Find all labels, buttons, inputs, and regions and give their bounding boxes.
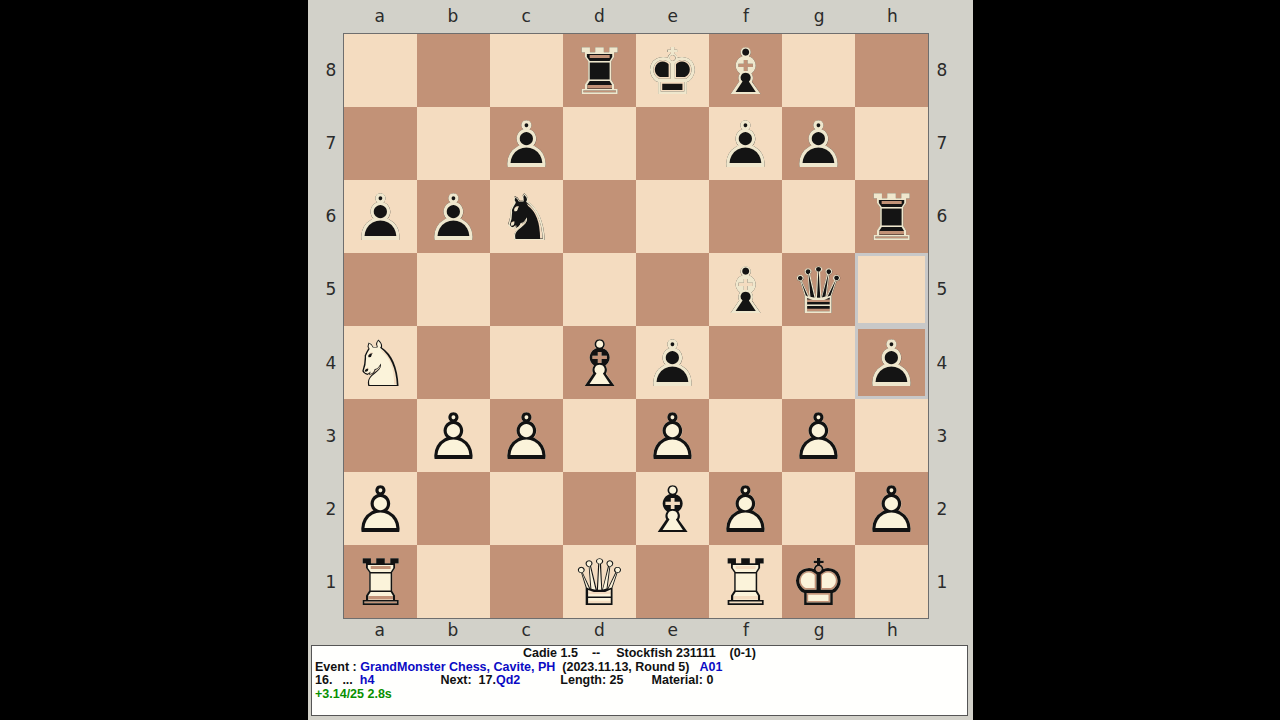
file-label: f bbox=[709, 6, 782, 26]
square-h3 bbox=[855, 399, 928, 472]
piece-glyph-outline: ♙︎ bbox=[636, 399, 709, 472]
square-b5 bbox=[417, 253, 490, 326]
square-a5 bbox=[344, 253, 417, 326]
text-segment: Event : bbox=[315, 660, 360, 674]
text-segment: A01 bbox=[699, 660, 722, 674]
white-pawn-b3: ♟︎♙︎ bbox=[417, 399, 490, 472]
rank-label: 6 bbox=[933, 180, 951, 253]
white-pawn-a2: ♟︎♙︎ bbox=[344, 472, 417, 545]
rank-label: 2 bbox=[322, 473, 340, 546]
square-a8 bbox=[344, 34, 417, 107]
file-label: a bbox=[343, 620, 416, 640]
piece-glyph-outline: ♙︎ bbox=[417, 399, 490, 472]
file-label: h bbox=[856, 6, 929, 26]
file-label: b bbox=[416, 6, 489, 26]
text-segment: (2023.11.13, Round 5) bbox=[555, 660, 689, 674]
piece-glyph-outline: ♖︎ bbox=[344, 545, 417, 618]
piece-glyph-outline: ♗︎ bbox=[563, 326, 636, 399]
square-e5 bbox=[636, 253, 709, 326]
rank-label: 7 bbox=[322, 106, 340, 179]
piece-glyph-outline: ♙︎ bbox=[490, 399, 563, 472]
square-c1 bbox=[490, 545, 563, 618]
square-d5 bbox=[563, 253, 636, 326]
square-c7: ♟︎♙︎ bbox=[490, 107, 563, 180]
rank-label: 6 bbox=[322, 180, 340, 253]
square-c8 bbox=[490, 34, 563, 107]
file-label: d bbox=[563, 6, 636, 26]
rank-label: 3 bbox=[933, 399, 951, 472]
square-f4 bbox=[709, 326, 782, 399]
square-g6 bbox=[782, 180, 855, 253]
event-line: Event : GrandMonster Chess, Cavite, PH (… bbox=[315, 661, 964, 675]
piece-glyph-outline: ♕︎ bbox=[782, 253, 855, 326]
square-h5 bbox=[855, 253, 928, 326]
video-frame: { "game": "chess", "position": { "fen": … bbox=[0, 0, 1280, 720]
info-panel: Cadie 1.5--Stockfish 231111(0-1) Event :… bbox=[311, 645, 968, 716]
white-bishop-d4: ♝︎♗︎ bbox=[563, 326, 636, 399]
text-segment: Cadie 1.5 bbox=[523, 646, 578, 660]
rank-label: 5 bbox=[933, 253, 951, 326]
square-d2 bbox=[563, 472, 636, 545]
file-label: g bbox=[783, 6, 856, 26]
black-pawn-g7: ♟︎♙︎ bbox=[782, 107, 855, 180]
white-rook-a1: ♜︎♖︎ bbox=[344, 545, 417, 618]
text-segment: Length: 25 bbox=[560, 673, 623, 687]
file-label: e bbox=[636, 620, 709, 640]
piece-glyph-outline: ♙︎ bbox=[709, 472, 782, 545]
piece-glyph-outline: ♙︎ bbox=[344, 472, 417, 545]
black-bishop-f5: ♝︎♗︎ bbox=[709, 253, 782, 326]
text-segment: +3.14/25 2.8s bbox=[315, 687, 392, 701]
square-h8 bbox=[855, 34, 928, 107]
square-e4: ♟︎♙︎ bbox=[636, 326, 709, 399]
square-g3: ♟︎♙︎ bbox=[782, 399, 855, 472]
file-label: g bbox=[783, 620, 856, 640]
square-f1: ♜︎♖︎ bbox=[709, 545, 782, 618]
piece-glyph-outline: ♙︎ bbox=[709, 107, 782, 180]
square-a2: ♟︎♙︎ bbox=[344, 472, 417, 545]
text-segment: GrandMonster Chess, Cavite, PH bbox=[360, 660, 555, 674]
square-e8: ♚︎♔︎ bbox=[636, 34, 709, 107]
piece-glyph-outline: ♙︎ bbox=[855, 472, 928, 545]
square-h2: ♟︎♙︎ bbox=[855, 472, 928, 545]
piece-glyph-outline: ♙︎ bbox=[490, 107, 563, 180]
square-c4 bbox=[490, 326, 563, 399]
piece-glyph-outline: ♖︎ bbox=[855, 180, 928, 253]
file-label: d bbox=[563, 620, 636, 640]
square-f2: ♟︎♙︎ bbox=[709, 472, 782, 545]
black-bishop-f8: ♝︎♗︎ bbox=[709, 34, 782, 107]
rank-label: 4 bbox=[322, 326, 340, 399]
square-g4 bbox=[782, 326, 855, 399]
rank-label: 2 bbox=[933, 473, 951, 546]
black-pawn-c7: ♟︎♙︎ bbox=[490, 107, 563, 180]
square-a3 bbox=[344, 399, 417, 472]
square-e7 bbox=[636, 107, 709, 180]
square-e2: ♝︎♗︎ bbox=[636, 472, 709, 545]
square-g7: ♟︎♙︎ bbox=[782, 107, 855, 180]
square-b7 bbox=[417, 107, 490, 180]
black-pawn-a6: ♟︎♙︎ bbox=[344, 180, 417, 253]
white-pawn-c3: ♟︎♙︎ bbox=[490, 399, 563, 472]
file-label: e bbox=[636, 6, 709, 26]
square-b6: ♟︎♙︎ bbox=[417, 180, 490, 253]
rank-label: 8 bbox=[933, 33, 951, 106]
piece-glyph-outline: ♙︎ bbox=[344, 180, 417, 253]
black-rook-h6: ♜︎♖︎ bbox=[855, 180, 928, 253]
piece-glyph-outline: ♙︎ bbox=[782, 399, 855, 472]
square-b1 bbox=[417, 545, 490, 618]
rank-label: 3 bbox=[322, 399, 340, 472]
file-label: c bbox=[490, 620, 563, 640]
square-f7: ♟︎♙︎ bbox=[709, 107, 782, 180]
square-b3: ♟︎♙︎ bbox=[417, 399, 490, 472]
black-queen-g5: ♛︎♕︎ bbox=[782, 253, 855, 326]
text-segment: Next: bbox=[440, 673, 478, 687]
square-e3: ♟︎♙︎ bbox=[636, 399, 709, 472]
square-b4 bbox=[417, 326, 490, 399]
square-d3 bbox=[563, 399, 636, 472]
file-labels-bottom: abcdefgh bbox=[343, 620, 929, 640]
piece-glyph-outline: ♖︎ bbox=[563, 34, 636, 107]
square-d7 bbox=[563, 107, 636, 180]
piece-glyph-outline: ♔︎ bbox=[636, 34, 709, 107]
file-labels-top: abcdefgh bbox=[343, 6, 929, 26]
black-pawn-h4: ♟︎♙︎ bbox=[855, 326, 928, 399]
piece-glyph-outline: ♗︎ bbox=[709, 34, 782, 107]
rank-label: 8 bbox=[322, 33, 340, 106]
square-d1: ♛︎♕︎ bbox=[563, 545, 636, 618]
rank-labels-left: 87654321 bbox=[322, 33, 340, 619]
white-pawn-f2: ♟︎♙︎ bbox=[709, 472, 782, 545]
file-label: a bbox=[343, 6, 416, 26]
piece-glyph-outline: ♗︎ bbox=[636, 472, 709, 545]
square-h6: ♜︎♖︎ bbox=[855, 180, 928, 253]
square-b8 bbox=[417, 34, 490, 107]
file-label: f bbox=[709, 620, 782, 640]
piece-glyph-outline: ♙︎ bbox=[782, 107, 855, 180]
square-h4: ♟︎♙︎ bbox=[855, 326, 928, 399]
piece-glyph-outline: ♙︎ bbox=[417, 180, 490, 253]
rank-label: 1 bbox=[322, 546, 340, 619]
piece-glyph-outline: ♘︎ bbox=[344, 326, 417, 399]
text-segment: -- bbox=[592, 646, 600, 660]
square-h7 bbox=[855, 107, 928, 180]
square-c3: ♟︎♙︎ bbox=[490, 399, 563, 472]
chess-viewer: abcdefgh 87654321 ♜︎♖︎♚︎♔︎♝︎♗︎♟︎♙︎♟︎♙︎♟︎… bbox=[308, 0, 973, 720]
rank-label: 7 bbox=[933, 106, 951, 179]
piece-glyph-outline: ♖︎ bbox=[709, 545, 782, 618]
eval-line: +3.14/25 2.8s bbox=[315, 688, 964, 702]
square-f5: ♝︎♗︎ bbox=[709, 253, 782, 326]
square-f3 bbox=[709, 399, 782, 472]
square-b2 bbox=[417, 472, 490, 545]
text-segment: Qd2 bbox=[496, 673, 520, 687]
square-c6: ♞︎♘︎ bbox=[490, 180, 563, 253]
piece-glyph-outline: ♗︎ bbox=[709, 253, 782, 326]
square-g5: ♛︎♕︎ bbox=[782, 253, 855, 326]
chess-board: ♜︎♖︎♚︎♔︎♝︎♗︎♟︎♙︎♟︎♙︎♟︎♙︎♟︎♙︎♟︎♙︎♞︎♘︎♜︎♖︎… bbox=[343, 33, 929, 619]
black-rook-d8: ♜︎♖︎ bbox=[563, 34, 636, 107]
square-c2 bbox=[490, 472, 563, 545]
text-segment: Material: 0 bbox=[652, 673, 714, 687]
black-pawn-f7: ♟︎♙︎ bbox=[709, 107, 782, 180]
rank-label: 1 bbox=[933, 546, 951, 619]
square-e6 bbox=[636, 180, 709, 253]
piece-glyph-outline: ♙︎ bbox=[855, 326, 928, 399]
black-king-e8: ♚︎♔︎ bbox=[636, 34, 709, 107]
file-label: b bbox=[416, 620, 489, 640]
black-pawn-e4: ♟︎♙︎ bbox=[636, 326, 709, 399]
white-rook-f1: ♜︎♖︎ bbox=[709, 545, 782, 618]
square-g8 bbox=[782, 34, 855, 107]
white-pawn-g3: ♟︎♙︎ bbox=[782, 399, 855, 472]
square-g1: ♚︎♔︎ bbox=[782, 545, 855, 618]
file-label: h bbox=[856, 620, 929, 640]
file-label: c bbox=[490, 6, 563, 26]
white-king-g1: ♚︎♔︎ bbox=[782, 545, 855, 618]
white-bishop-e2: ♝︎♗︎ bbox=[636, 472, 709, 545]
square-e1 bbox=[636, 545, 709, 618]
square-d8: ♜︎♖︎ bbox=[563, 34, 636, 107]
black-knight-c6: ♞︎♘︎ bbox=[490, 180, 563, 253]
white-pawn-h2: ♟︎♙︎ bbox=[855, 472, 928, 545]
piece-glyph-outline: ♔︎ bbox=[782, 545, 855, 618]
piece-glyph-outline: ♙︎ bbox=[636, 326, 709, 399]
square-d4: ♝︎♗︎ bbox=[563, 326, 636, 399]
piece-glyph-outline: ♕︎ bbox=[563, 545, 636, 618]
rank-label: 5 bbox=[322, 253, 340, 326]
rank-labels-right: 87654321 bbox=[933, 33, 951, 619]
square-c5 bbox=[490, 253, 563, 326]
square-a4: ♞︎♘︎ bbox=[344, 326, 417, 399]
square-f8: ♝︎♗︎ bbox=[709, 34, 782, 107]
rank-label: 4 bbox=[933, 326, 951, 399]
text-segment: Stockfish 231111 bbox=[616, 646, 715, 660]
white-pawn-e3: ♟︎♙︎ bbox=[636, 399, 709, 472]
square-g2 bbox=[782, 472, 855, 545]
square-a7 bbox=[344, 107, 417, 180]
square-a1: ♜︎♖︎ bbox=[344, 545, 417, 618]
players-result-line: Cadie 1.5--Stockfish 231111(0-1) bbox=[315, 647, 964, 661]
square-d6 bbox=[563, 180, 636, 253]
text-segment: 16. bbox=[315, 673, 332, 687]
white-queen-d1: ♛︎♕︎ bbox=[563, 545, 636, 618]
piece-glyph-outline: ♘︎ bbox=[490, 180, 563, 253]
square-a6: ♟︎♙︎ bbox=[344, 180, 417, 253]
text-segment: h4 bbox=[360, 673, 375, 687]
white-knight-a4: ♞︎♘︎ bbox=[344, 326, 417, 399]
square-h1 bbox=[855, 545, 928, 618]
text-segment: 17. bbox=[479, 673, 496, 687]
move-line: 16....h4Next: 17.Qd2Length: 25Material: … bbox=[315, 674, 964, 688]
text-segment: (0-1) bbox=[730, 646, 756, 660]
black-pawn-b6: ♟︎♙︎ bbox=[417, 180, 490, 253]
text-segment: ... bbox=[342, 673, 352, 687]
square-f6 bbox=[709, 180, 782, 253]
